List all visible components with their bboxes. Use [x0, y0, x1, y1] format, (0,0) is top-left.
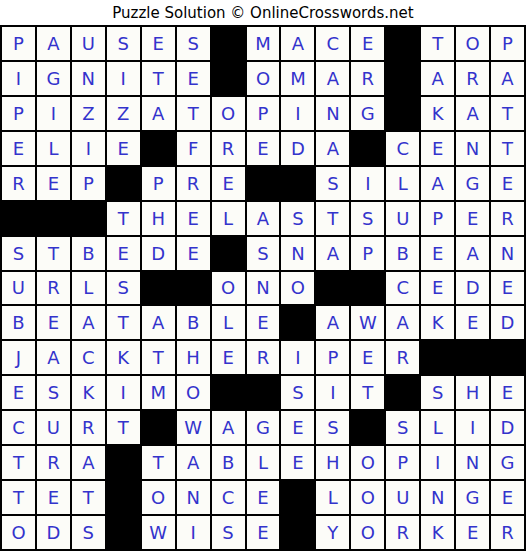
- letter-cell: E: [107, 237, 140, 270]
- letter-cell: C: [72, 341, 105, 374]
- letter-cell: A: [72, 446, 105, 479]
- letter-cell: E: [491, 376, 524, 409]
- letter-cell: T: [142, 446, 175, 479]
- letter-cell: K: [421, 97, 454, 130]
- letter-cell: E: [247, 516, 280, 549]
- letter-cell: T: [107, 306, 140, 339]
- black-cell: [212, 237, 245, 270]
- black-cell: [2, 202, 35, 235]
- letter-cell: O: [351, 446, 384, 479]
- letter-cell: T: [142, 62, 175, 95]
- letter-cell: E: [142, 27, 175, 60]
- letter-cell: T: [72, 481, 105, 514]
- letter-cell: I: [281, 341, 314, 374]
- letter-cell: P: [386, 446, 419, 479]
- letter-cell: R: [2, 167, 35, 200]
- black-cell: [142, 272, 175, 305]
- letter-cell: S: [281, 376, 314, 409]
- letter-cell: Z: [72, 97, 105, 130]
- letter-cell: W: [351, 306, 384, 339]
- black-cell: [212, 376, 245, 409]
- letter-cell: S: [2, 237, 35, 270]
- black-cell: [386, 376, 419, 409]
- letter-cell: S: [316, 411, 349, 444]
- letter-cell: E: [351, 27, 384, 60]
- letter-cell: G: [456, 481, 489, 514]
- crossword-grid: PAUSESMACETOPIGNITEOMARARAPIZZATOPINGKAT…: [0, 25, 526, 551]
- letter-cell: D: [491, 411, 524, 444]
- letter-cell: E: [421, 237, 454, 270]
- letter-cell: E: [281, 446, 314, 479]
- letter-cell: E: [107, 132, 140, 165]
- letter-cell: A: [316, 306, 349, 339]
- black-cell: [421, 341, 454, 374]
- puzzle-solution-page: Puzzle Solution © OnlineCrosswords.net P…: [0, 0, 526, 551]
- letter-cell: S: [107, 27, 140, 60]
- letter-cell: K: [72, 376, 105, 409]
- black-cell: [316, 272, 349, 305]
- letter-cell: A: [281, 27, 314, 60]
- letter-cell: A: [316, 237, 349, 270]
- letter-cell: H: [316, 446, 349, 479]
- letter-cell: L: [386, 167, 419, 200]
- letter-cell: N: [316, 97, 349, 130]
- black-cell: [72, 202, 105, 235]
- letter-cell: P: [351, 237, 384, 270]
- letter-cell: O: [456, 27, 489, 60]
- letter-cell: A: [247, 202, 280, 235]
- letter-cell: L: [72, 272, 105, 305]
- black-cell: [177, 272, 210, 305]
- black-cell: [281, 516, 314, 549]
- letter-cell: O: [2, 516, 35, 549]
- letter-cell: A: [316, 132, 349, 165]
- letter-cell: E: [212, 341, 245, 374]
- letter-cell: T: [142, 341, 175, 374]
- black-cell: [386, 27, 419, 60]
- letter-cell: S: [107, 272, 140, 305]
- letter-cell: E: [491, 167, 524, 200]
- letter-cell: S: [316, 167, 349, 200]
- letter-cell: L: [316, 481, 349, 514]
- letter-cell: O: [212, 272, 245, 305]
- letter-cell: T: [177, 97, 210, 130]
- letter-cell: I: [316, 376, 349, 409]
- letter-cell: J: [2, 341, 35, 374]
- letter-cell: G: [456, 167, 489, 200]
- letter-cell: O: [351, 516, 384, 549]
- black-cell: [386, 62, 419, 95]
- letter-cell: L: [212, 202, 245, 235]
- letter-cell: E: [212, 167, 245, 200]
- letter-cell: A: [421, 62, 454, 95]
- letter-cell: I: [351, 167, 384, 200]
- black-cell: [386, 97, 419, 130]
- letter-cell: U: [2, 272, 35, 305]
- letter-cell: E: [456, 516, 489, 549]
- letter-cell: S: [281, 202, 314, 235]
- letter-cell: L: [421, 411, 454, 444]
- letter-cell: R: [386, 516, 419, 549]
- letter-cell: U: [386, 202, 419, 235]
- letter-cell: H: [177, 341, 210, 374]
- letter-cell: L: [37, 132, 70, 165]
- letter-cell: N: [456, 132, 489, 165]
- letter-cell: B: [2, 306, 35, 339]
- letter-cell: S: [72, 516, 105, 549]
- letter-cell: A: [177, 446, 210, 479]
- black-cell: [247, 167, 280, 200]
- letter-cell: E: [177, 202, 210, 235]
- black-cell: [107, 481, 140, 514]
- letter-cell: B: [177, 306, 210, 339]
- letter-cell: E: [247, 481, 280, 514]
- letter-cell: M: [281, 62, 314, 95]
- letter-cell: A: [37, 341, 70, 374]
- letter-cell: P: [72, 167, 105, 200]
- letter-cell: P: [247, 97, 280, 130]
- letter-cell: N: [72, 62, 105, 95]
- letter-cell: E: [2, 132, 35, 165]
- letter-cell: E: [37, 306, 70, 339]
- letter-cell: P: [2, 97, 35, 130]
- letter-cell: T: [2, 481, 35, 514]
- letter-cell: O: [142, 481, 175, 514]
- letter-cell: S: [351, 202, 384, 235]
- letter-cell: U: [37, 411, 70, 444]
- black-cell: [142, 132, 175, 165]
- letter-cell: E: [2, 376, 35, 409]
- black-cell: [107, 446, 140, 479]
- letter-cell: R: [491, 516, 524, 549]
- letter-cell: T: [421, 27, 454, 60]
- letter-cell: S: [421, 376, 454, 409]
- letter-cell: A: [456, 237, 489, 270]
- letter-cell: D: [281, 132, 314, 165]
- letter-cell: E: [491, 272, 524, 305]
- letter-cell: S: [177, 27, 210, 60]
- letter-cell: P: [2, 27, 35, 60]
- letter-cell: I: [107, 62, 140, 95]
- black-cell: [281, 306, 314, 339]
- letter-cell: G: [351, 97, 384, 130]
- letter-cell: B: [386, 237, 419, 270]
- letter-cell: A: [72, 306, 105, 339]
- letter-cell: I: [281, 97, 314, 130]
- black-cell: [212, 62, 245, 95]
- letter-cell: S: [386, 411, 419, 444]
- black-cell: [37, 202, 70, 235]
- letter-cell: E: [247, 306, 280, 339]
- letter-cell: E: [177, 237, 210, 270]
- letter-cell: I: [2, 62, 35, 95]
- letter-cell: T: [491, 132, 524, 165]
- letter-cell: A: [456, 97, 489, 130]
- letter-cell: Z: [107, 97, 140, 130]
- letter-cell: G: [491, 446, 524, 479]
- letter-cell: S: [37, 376, 70, 409]
- letter-cell: E: [247, 132, 280, 165]
- black-cell: [142, 411, 175, 444]
- letter-cell: G: [247, 411, 280, 444]
- letter-cell: N: [177, 481, 210, 514]
- letter-cell: M: [247, 27, 280, 60]
- letter-cell: T: [351, 376, 384, 409]
- letter-cell: W: [177, 411, 210, 444]
- letter-cell: C: [386, 132, 419, 165]
- letter-cell: S: [247, 237, 280, 270]
- letter-cell: N: [421, 481, 454, 514]
- letter-cell: A: [386, 306, 419, 339]
- letter-cell: D: [37, 516, 70, 549]
- letter-cell: T: [316, 202, 349, 235]
- letter-cell: E: [421, 132, 454, 165]
- letter-cell: E: [37, 481, 70, 514]
- letter-cell: I: [177, 516, 210, 549]
- letter-cell: R: [37, 446, 70, 479]
- letter-cell: O: [212, 97, 245, 130]
- letter-cell: L: [247, 446, 280, 479]
- letter-cell: K: [421, 516, 454, 549]
- letter-cell: N: [281, 237, 314, 270]
- black-cell: [456, 341, 489, 374]
- letter-cell: I: [107, 376, 140, 409]
- letter-cell: T: [491, 97, 524, 130]
- letter-cell: E: [421, 272, 454, 305]
- letter-cell: L: [212, 306, 245, 339]
- letter-cell: R: [72, 411, 105, 444]
- letter-cell: G: [37, 62, 70, 95]
- letter-cell: C: [386, 272, 419, 305]
- letter-cell: C: [212, 481, 245, 514]
- letter-cell: I: [72, 132, 105, 165]
- letter-cell: A: [421, 167, 454, 200]
- letter-cell: A: [212, 411, 245, 444]
- letter-cell: O: [247, 62, 280, 95]
- letter-cell: M: [142, 376, 175, 409]
- letter-cell: F: [177, 132, 210, 165]
- letter-cell: K: [107, 341, 140, 374]
- letter-cell: P: [316, 341, 349, 374]
- letter-cell: I: [456, 411, 489, 444]
- letter-cell: R: [351, 62, 384, 95]
- black-cell: [281, 167, 314, 200]
- letter-cell: C: [2, 411, 35, 444]
- letter-cell: A: [491, 62, 524, 95]
- letter-cell: N: [456, 446, 489, 479]
- letter-cell: D: [456, 272, 489, 305]
- letter-cell: D: [491, 306, 524, 339]
- letter-cell: Y: [316, 516, 349, 549]
- letter-cell: U: [386, 481, 419, 514]
- letter-cell: T: [2, 446, 35, 479]
- letter-cell: O: [351, 481, 384, 514]
- black-cell: [491, 341, 524, 374]
- letter-cell: R: [491, 202, 524, 235]
- letter-cell: C: [316, 27, 349, 60]
- letter-cell: S: [212, 516, 245, 549]
- letter-cell: P: [142, 167, 175, 200]
- letter-cell: R: [37, 272, 70, 305]
- letter-cell: R: [177, 167, 210, 200]
- letter-cell: E: [37, 167, 70, 200]
- black-cell: [247, 376, 280, 409]
- letter-cell: B: [72, 237, 105, 270]
- letter-cell: N: [491, 237, 524, 270]
- letter-cell: I: [37, 97, 70, 130]
- letter-cell: E: [281, 411, 314, 444]
- letter-cell: E: [456, 202, 489, 235]
- letter-cell: R: [212, 132, 245, 165]
- letter-cell: R: [456, 62, 489, 95]
- letter-cell: R: [247, 341, 280, 374]
- letter-cell: W: [142, 516, 175, 549]
- letter-cell: R: [386, 341, 419, 374]
- page-title: Puzzle Solution © OnlineCrosswords.net: [0, 0, 526, 25]
- letter-cell: T: [107, 202, 140, 235]
- black-cell: [107, 167, 140, 200]
- letter-cell: D: [142, 237, 175, 270]
- letter-cell: T: [37, 237, 70, 270]
- letter-cell: E: [491, 481, 524, 514]
- black-cell: [351, 272, 384, 305]
- black-cell: [107, 516, 140, 549]
- letter-cell: E: [456, 306, 489, 339]
- letter-cell: I: [421, 446, 454, 479]
- letter-cell: A: [142, 97, 175, 130]
- letter-cell: H: [456, 376, 489, 409]
- letter-cell: A: [142, 306, 175, 339]
- black-cell: [351, 132, 384, 165]
- letter-cell: A: [37, 27, 70, 60]
- letter-cell: E: [351, 341, 384, 374]
- black-cell: [212, 27, 245, 60]
- letter-cell: N: [247, 272, 280, 305]
- letter-cell: A: [316, 62, 349, 95]
- letter-cell: K: [421, 306, 454, 339]
- letter-cell: U: [72, 27, 105, 60]
- black-cell: [281, 481, 314, 514]
- letter-cell: O: [177, 376, 210, 409]
- letter-cell: B: [212, 446, 245, 479]
- letter-cell: P: [491, 27, 524, 60]
- letter-cell: P: [421, 202, 454, 235]
- letter-cell: T: [107, 411, 140, 444]
- letter-cell: E: [177, 62, 210, 95]
- letter-cell: O: [281, 272, 314, 305]
- letter-cell: H: [142, 202, 175, 235]
- black-cell: [351, 411, 384, 444]
